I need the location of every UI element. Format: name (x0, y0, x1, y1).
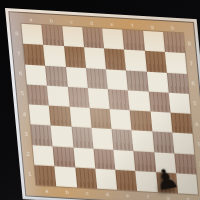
square-h4[interactable] (170, 113, 192, 134)
file-label-e: e (101, 20, 122, 28)
square-h5[interactable] (168, 92, 190, 113)
square-c2[interactable] (73, 147, 95, 168)
square-g8[interactable] (143, 31, 165, 52)
square-f7[interactable] (124, 50, 146, 71)
square-b1[interactable] (55, 166, 77, 187)
square-h7[interactable] (165, 52, 187, 73)
rank-label-2: 2 (196, 154, 200, 175)
square-b5[interactable] (47, 85, 69, 106)
square-e3[interactable] (112, 129, 134, 150)
square-g3[interactable] (152, 132, 174, 153)
square-g4[interactable] (150, 111, 172, 132)
square-h6[interactable] (167, 72, 189, 93)
square-h3[interactable] (172, 133, 194, 154)
rank-label-5: 5 (17, 84, 27, 105)
square-b8[interactable] (42, 25, 64, 46)
square-b4[interactable] (49, 106, 71, 127)
square-d8[interactable] (82, 27, 104, 48)
file-label-a: a (36, 187, 57, 195)
square-a8[interactable] (21, 24, 43, 45)
file-label-f: f (137, 193, 158, 200)
file-label-e: e (117, 192, 138, 200)
rank-label-7: 7 (186, 53, 196, 74)
square-g6[interactable] (146, 71, 168, 92)
square-g7[interactable] (144, 51, 166, 72)
square-c4[interactable] (69, 107, 91, 128)
file-label-b: b (57, 188, 78, 196)
square-a1[interactable] (34, 165, 56, 186)
board-border: abcdefgh abcdefgh 87654321 87654321 ♟ (8, 11, 200, 200)
square-d2[interactable] (93, 148, 115, 169)
square-c5[interactable] (67, 87, 89, 108)
square-e5[interactable] (108, 89, 130, 110)
rank-label-1: 1 (198, 174, 200, 195)
square-f5[interactable] (128, 90, 150, 111)
square-f8[interactable] (122, 30, 144, 51)
square-d5[interactable] (88, 88, 110, 109)
rank-label-3: 3 (21, 124, 31, 145)
file-label-f: f (122, 21, 143, 29)
square-a6[interactable] (25, 64, 47, 85)
rank-label-2: 2 (23, 144, 33, 165)
square-c6[interactable] (65, 66, 87, 87)
square-e2[interactable] (113, 149, 135, 170)
rank-label-6: 6 (188, 74, 198, 95)
square-a5[interactable] (27, 84, 49, 105)
square-b6[interactable] (45, 65, 67, 86)
rank-label-4: 4 (19, 104, 29, 125)
rank-label-3: 3 (194, 134, 200, 155)
square-d6[interactable] (86, 68, 108, 89)
file-label-c: c (77, 189, 98, 197)
square-e6[interactable] (106, 69, 128, 90)
square-c8[interactable] (62, 26, 84, 47)
file-label-d: d (97, 190, 118, 198)
square-d3[interactable] (91, 128, 113, 149)
rank-label-1: 1 (25, 164, 35, 185)
rank-label-8: 8 (12, 23, 22, 44)
square-e4[interactable] (110, 109, 132, 130)
square-d4[interactable] (89, 108, 111, 129)
square-g5[interactable] (148, 91, 170, 112)
rank-label-4: 4 (192, 114, 200, 135)
square-f6[interactable] (126, 70, 148, 91)
square-b2[interactable] (53, 146, 75, 167)
square-e8[interactable] (102, 28, 124, 49)
square-g1[interactable]: ♟ (156, 172, 178, 193)
file-label-d: d (81, 19, 102, 27)
photo-scene: abcdefgh abcdefgh 87654321 87654321 ♟ (0, 0, 200, 200)
file-label-g: g (142, 22, 163, 30)
file-label-a: a (21, 15, 42, 23)
square-c1[interactable] (75, 167, 97, 188)
square-c7[interactable] (64, 46, 86, 67)
square-b3[interactable] (51, 126, 73, 147)
square-d1[interactable] (95, 168, 117, 189)
rank-label-8: 8 (185, 33, 195, 54)
board-grid: ♟ (21, 24, 198, 195)
rank-label-6: 6 (16, 64, 26, 85)
file-label-h: h (178, 195, 199, 200)
square-b7[interactable] (43, 45, 65, 66)
square-a3[interactable] (31, 125, 53, 146)
square-e1[interactable] (115, 170, 137, 191)
square-f3[interactable] (132, 130, 154, 151)
square-d7[interactable] (84, 47, 106, 68)
rank-label-7: 7 (14, 43, 24, 64)
square-e7[interactable] (104, 49, 126, 70)
rank-label-5: 5 (190, 94, 200, 115)
square-a2[interactable] (33, 145, 55, 166)
square-a4[interactable] (29, 104, 51, 125)
square-h8[interactable] (163, 32, 185, 53)
square-c3[interactable] (71, 127, 93, 148)
file-label-b: b (41, 17, 62, 25)
square-f4[interactable] (130, 110, 152, 131)
file-label-c: c (61, 18, 82, 26)
square-h2[interactable] (174, 153, 196, 174)
file-label-h: h (162, 24, 183, 32)
chessboard: abcdefgh abcdefgh 87654321 87654321 ♟ (5, 8, 200, 200)
square-a7[interactable] (23, 44, 45, 65)
